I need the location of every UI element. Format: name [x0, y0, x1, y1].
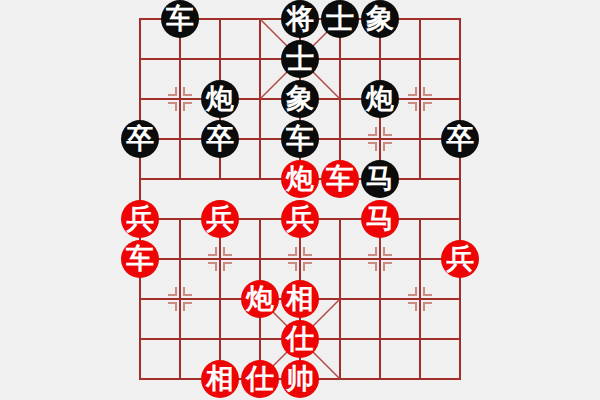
piece-black-advisor[interactable]: 士	[281, 40, 319, 78]
piece-red-cannon[interactable]: 炮	[241, 280, 279, 318]
piece-red-cannon[interactable]: 炮	[281, 160, 319, 198]
pieces-layer: 车将士象士炮象炮卒卒车卒马炮车兵兵兵马车兵炮相仕相仕帅	[0, 0, 600, 400]
piece-black-elephant[interactable]: 象	[281, 80, 319, 118]
piece-black-soldier[interactable]: 卒	[121, 120, 159, 158]
piece-red-horse[interactable]: 马	[361, 200, 399, 238]
piece-red-advisor[interactable]: 仕	[241, 360, 279, 398]
piece-red-elephant[interactable]: 相	[201, 360, 239, 398]
piece-red-advisor[interactable]: 仕	[281, 320, 319, 358]
piece-red-chariot[interactable]: 车	[121, 240, 159, 278]
piece-black-elephant[interactable]: 象	[361, 0, 399, 38]
piece-red-chariot[interactable]: 车	[321, 160, 359, 198]
piece-black-soldier[interactable]: 卒	[201, 120, 239, 158]
piece-black-cannon[interactable]: 炮	[361, 80, 399, 118]
piece-black-chariot[interactable]: 车	[161, 0, 199, 38]
piece-red-elephant[interactable]: 相	[281, 280, 319, 318]
piece-red-soldier[interactable]: 兵	[281, 200, 319, 238]
piece-black-chariot[interactable]: 车	[281, 120, 319, 158]
piece-black-soldier[interactable]: 卒	[441, 120, 479, 158]
piece-black-horse[interactable]: 马	[361, 160, 399, 198]
piece-black-cannon[interactable]: 炮	[201, 80, 239, 118]
piece-black-general[interactable]: 将	[281, 0, 319, 38]
piece-red-soldier[interactable]: 兵	[201, 200, 239, 238]
piece-red-soldier[interactable]: 兵	[441, 240, 479, 278]
xiangqi-screen: 车将士象士炮象炮卒卒车卒马炮车兵兵兵马车兵炮相仕相仕帅	[0, 0, 600, 400]
piece-red-general[interactable]: 帅	[281, 360, 319, 398]
piece-black-advisor[interactable]: 士	[321, 0, 359, 38]
piece-red-soldier[interactable]: 兵	[121, 200, 159, 238]
